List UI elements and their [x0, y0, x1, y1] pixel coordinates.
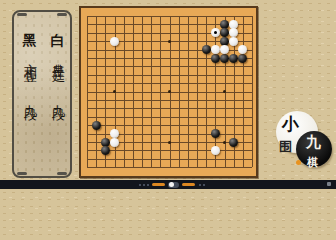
white-player-name: 芈昱廷: [51, 53, 66, 62]
logo-char-xiao: 小: [282, 113, 299, 136]
logo-char-jiu: 九: [306, 133, 321, 152]
black-stone: [220, 54, 229, 63]
grid-line-horizontal: [87, 75, 252, 76]
white-color-label: 白: [50, 22, 66, 25]
danmaku-toggle[interactable]: [168, 182, 179, 188]
black-color-label: 黑: [22, 22, 38, 25]
player-name-scroll: 白 芈昱廷 九段 黑 卞相壹 九段: [12, 10, 72, 178]
black-stone: [229, 54, 238, 63]
white-stone: [238, 45, 247, 54]
grid-line-horizontal: [87, 125, 252, 126]
black-stone: [92, 121, 101, 130]
black-player-name: 卞相壹: [23, 53, 38, 62]
grid-line-horizontal: [87, 16, 252, 17]
logo-char-wei: 围: [279, 138, 292, 156]
grid-line-horizontal: [87, 167, 252, 168]
grid-line-horizontal: [87, 66, 252, 67]
white-player-rank: 九段: [51, 94, 66, 100]
grid-line-horizontal: [87, 117, 252, 118]
scroll-cap-top-left: [17, 13, 27, 16]
grid-line-vertical: [252, 16, 253, 167]
scroll-cap-top-right: [57, 13, 67, 16]
go-board: [79, 6, 258, 178]
grid-line-horizontal: [87, 108, 252, 109]
star-point: [168, 90, 171, 93]
star-point: [223, 141, 226, 144]
star-point: [223, 90, 226, 93]
black-player-rank: 九段: [23, 94, 38, 100]
bar-settings-icon[interactable]: [327, 182, 331, 186]
black-stone: [211, 129, 220, 138]
bar-dot: [139, 184, 141, 186]
bar-dot: [199, 184, 201, 186]
video-frame: { "game": "go", "board_size": 19, "playe…: [0, 0, 336, 189]
grid-line-horizontal: [87, 100, 252, 101]
grid-line-horizontal: [87, 83, 252, 84]
white-stone: [211, 28, 220, 37]
white-stone: [110, 37, 119, 46]
white-stone: [110, 138, 119, 147]
video-player-bar[interactable]: [0, 180, 336, 189]
logo-accent-dot: [296, 160, 301, 165]
grid-line-horizontal: [87, 159, 252, 160]
scroll-cap-bottom-left: [17, 172, 27, 175]
last-move-marker: [214, 31, 217, 34]
black-stone: [229, 138, 238, 147]
black-stone: [220, 28, 229, 37]
white-stone: [110, 129, 119, 138]
star-point: [168, 40, 171, 43]
black-stone: [202, 45, 211, 54]
white-stone: [211, 45, 220, 54]
bar-progress-segment[interactable]: [182, 183, 195, 187]
white-player-column: 白 芈昱廷 九段: [48, 22, 68, 172]
white-stone: [229, 37, 238, 46]
black-stone: [238, 54, 247, 63]
white-stone: [220, 45, 229, 54]
white-stone: [211, 146, 220, 155]
channel-logo: 小 围 九 棋: [274, 109, 336, 179]
scroll-cap-bottom-right: [57, 172, 67, 175]
black-player-column: 黑 卞相壹 九段: [20, 22, 40, 172]
black-stone: [211, 54, 220, 63]
star-point: [168, 141, 171, 144]
bar-dot: [203, 184, 205, 186]
bar-dot: [147, 184, 149, 186]
white-stone: [229, 28, 238, 37]
bar-progress-segment[interactable]: [152, 183, 165, 187]
grid-line-horizontal: [87, 150, 252, 151]
black-stone: [101, 146, 110, 155]
toggle-knob: [169, 182, 174, 187]
logo-char-qi: 棋: [307, 155, 318, 170]
star-point: [113, 90, 116, 93]
bar-dot: [143, 184, 145, 186]
